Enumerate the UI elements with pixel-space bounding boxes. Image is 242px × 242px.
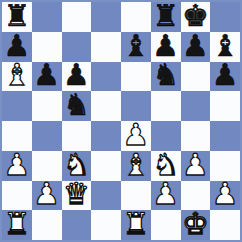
piece-black-knight[interactable]: ♞ xyxy=(63,91,90,120)
piece-white-pawn[interactable]: ♟ xyxy=(33,181,60,210)
square-b1[interactable] xyxy=(32,210,62,240)
square-d8[interactable] xyxy=(91,2,121,32)
square-d6[interactable] xyxy=(91,62,121,92)
square-g1[interactable]: ♚ xyxy=(181,210,211,240)
piece-white-knight[interactable]: ♞ xyxy=(152,151,179,180)
piece-black-pawn[interactable]: ♟ xyxy=(212,62,239,91)
square-h2[interactable]: ♟ xyxy=(210,181,240,211)
piece-black-rook[interactable]: ♜ xyxy=(152,2,179,31)
square-f2[interactable]: ♟ xyxy=(151,181,181,211)
square-h4[interactable] xyxy=(210,121,240,151)
square-e7[interactable]: ♝ xyxy=(121,32,151,62)
piece-black-bishop[interactable]: ♝ xyxy=(122,32,149,61)
square-b8[interactable] xyxy=(32,2,62,32)
piece-black-pawn[interactable]: ♟ xyxy=(33,62,60,91)
square-a1[interactable]: ♜ xyxy=(2,210,32,240)
square-e8[interactable] xyxy=(121,2,151,32)
square-c7[interactable] xyxy=(62,32,92,62)
square-c6[interactable]: ♟ xyxy=(62,62,92,92)
piece-white-rook[interactable]: ♜ xyxy=(3,210,30,239)
square-a2[interactable] xyxy=(2,181,32,211)
square-f7[interactable]: ♟ xyxy=(151,32,181,62)
square-b2[interactable]: ♟ xyxy=(32,181,62,211)
square-a4[interactable] xyxy=(2,121,32,151)
piece-white-knight[interactable]: ♞ xyxy=(63,151,90,180)
piece-white-pawn[interactable]: ♟ xyxy=(212,181,239,210)
square-a5[interactable] xyxy=(2,91,32,121)
piece-white-pawn[interactable]: ♟ xyxy=(152,181,179,210)
square-h7[interactable]: ♝ xyxy=(210,32,240,62)
piece-black-knight[interactable]: ♞ xyxy=(152,62,179,91)
square-c5[interactable]: ♞ xyxy=(62,91,92,121)
square-g3[interactable]: ♟ xyxy=(181,151,211,181)
square-g7[interactable]: ♟ xyxy=(181,32,211,62)
square-a8[interactable]: ♜ xyxy=(2,2,32,32)
square-h1[interactable] xyxy=(210,210,240,240)
square-h3[interactable] xyxy=(210,151,240,181)
square-f4[interactable] xyxy=(151,121,181,151)
square-b6[interactable]: ♟ xyxy=(32,62,62,92)
piece-black-pawn[interactable]: ♟ xyxy=(3,32,30,61)
square-g4[interactable] xyxy=(181,121,211,151)
square-b3[interactable] xyxy=(32,151,62,181)
piece-white-queen[interactable]: ♛ xyxy=(63,181,90,210)
piece-black-king[interactable]: ♚ xyxy=(182,2,209,31)
piece-white-pawn[interactable]: ♟ xyxy=(3,151,30,180)
square-d4[interactable] xyxy=(91,121,121,151)
square-g5[interactable] xyxy=(181,91,211,121)
square-f1[interactable] xyxy=(151,210,181,240)
square-f8[interactable]: ♜ xyxy=(151,2,181,32)
piece-white-bishop[interactable]: ♝ xyxy=(122,151,149,180)
square-c8[interactable] xyxy=(62,2,92,32)
square-e5[interactable] xyxy=(121,91,151,121)
square-a6[interactable]: ♝ xyxy=(2,62,32,92)
square-a7[interactable]: ♟ xyxy=(2,32,32,62)
square-h5[interactable] xyxy=(210,91,240,121)
square-c4[interactable] xyxy=(62,121,92,151)
square-f3[interactable]: ♞ xyxy=(151,151,181,181)
piece-white-pawn[interactable]: ♟ xyxy=(122,121,149,150)
square-g2[interactable] xyxy=(181,181,211,211)
piece-black-rook[interactable]: ♜ xyxy=(3,2,30,31)
square-e6[interactable] xyxy=(121,62,151,92)
square-b7[interactable] xyxy=(32,32,62,62)
square-a3[interactable]: ♟ xyxy=(2,151,32,181)
square-b4[interactable] xyxy=(32,121,62,151)
square-g6[interactable] xyxy=(181,62,211,92)
piece-black-bishop[interactable]: ♝ xyxy=(212,32,239,61)
square-d5[interactable] xyxy=(91,91,121,121)
square-h6[interactable]: ♟ xyxy=(210,62,240,92)
piece-black-pawn[interactable]: ♟ xyxy=(152,32,179,61)
square-g8[interactable]: ♚ xyxy=(181,2,211,32)
piece-white-bishop[interactable]: ♝ xyxy=(3,62,30,91)
piece-white-pawn[interactable]: ♟ xyxy=(182,151,209,180)
square-f6[interactable]: ♞ xyxy=(151,62,181,92)
square-e4[interactable]: ♟ xyxy=(121,121,151,151)
square-e3[interactable]: ♝ xyxy=(121,151,151,181)
square-d2[interactable] xyxy=(91,181,121,211)
piece-black-pawn[interactable]: ♟ xyxy=(63,62,90,91)
square-d1[interactable] xyxy=(91,210,121,240)
square-c3[interactable]: ♞ xyxy=(62,151,92,181)
piece-white-king[interactable]: ♚ xyxy=(182,210,209,239)
piece-black-pawn[interactable]: ♟ xyxy=(182,32,209,61)
square-c1[interactable] xyxy=(62,210,92,240)
square-d7[interactable] xyxy=(91,32,121,62)
square-e1[interactable]: ♜ xyxy=(121,210,151,240)
square-h8[interactable] xyxy=(210,2,240,32)
piece-white-rook[interactable]: ♜ xyxy=(122,210,149,239)
square-b5[interactable] xyxy=(32,91,62,121)
square-d3[interactable] xyxy=(91,151,121,181)
square-c2[interactable]: ♛ xyxy=(62,181,92,211)
square-f5[interactable] xyxy=(151,91,181,121)
square-e2[interactable] xyxy=(121,181,151,211)
chess-board: ♜♜♚♟♝♟♟♝♝♟♟♞♟♞♟♟♞♝♞♟♟♛♟♟♜♜♚ xyxy=(0,0,242,242)
